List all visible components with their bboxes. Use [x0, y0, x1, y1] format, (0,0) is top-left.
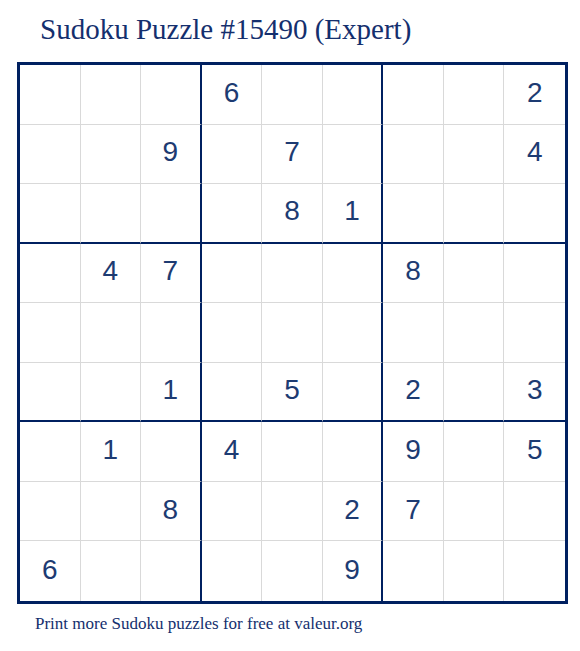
sudoku-cell: 1 — [323, 184, 384, 244]
sudoku-cell — [444, 125, 505, 185]
sudoku-cell — [81, 541, 142, 601]
sudoku-cell: 7 — [141, 244, 202, 304]
sudoku-cell: 8 — [262, 184, 323, 244]
sudoku-cell: 4 — [81, 244, 142, 304]
sudoku-cell: 7 — [383, 482, 444, 542]
sudoku-cell — [262, 422, 323, 482]
sudoku-cell — [262, 303, 323, 363]
sudoku-cell: 1 — [141, 363, 202, 423]
sudoku-cell — [444, 244, 505, 304]
sudoku-cell — [141, 541, 202, 601]
sudoku-cell — [262, 541, 323, 601]
sudoku-cell — [323, 125, 384, 185]
sudoku-cell: 5 — [504, 422, 565, 482]
sudoku-cell — [20, 125, 81, 185]
sudoku-cell: 3 — [504, 363, 565, 423]
sudoku-cell: 2 — [383, 363, 444, 423]
sudoku-cell — [383, 65, 444, 125]
sudoku-cell: 7 — [262, 125, 323, 185]
sudoku-cell — [81, 363, 142, 423]
sudoku-cell: 6 — [20, 541, 81, 601]
sudoku-cell — [504, 541, 565, 601]
sudoku-cell: 2 — [323, 482, 384, 542]
sudoku-cell — [81, 482, 142, 542]
sudoku-cell — [504, 303, 565, 363]
sudoku-cell — [323, 363, 384, 423]
sudoku-cell — [444, 422, 505, 482]
sudoku-cell — [444, 363, 505, 423]
sudoku-cell — [323, 422, 384, 482]
sudoku-cell — [141, 422, 202, 482]
sudoku-cell — [81, 125, 142, 185]
sudoku-cell — [202, 303, 263, 363]
sudoku-cell — [141, 303, 202, 363]
sudoku-cell — [20, 482, 81, 542]
sudoku-cell — [444, 184, 505, 244]
sudoku-cell: 9 — [383, 422, 444, 482]
sudoku-cell — [20, 184, 81, 244]
sudoku-cell — [504, 184, 565, 244]
sudoku-cell — [444, 482, 505, 542]
sudoku-cell — [202, 125, 263, 185]
sudoku-cell: 5 — [262, 363, 323, 423]
sudoku-board: 62974814781523149582769 — [17, 62, 568, 604]
sudoku-cell — [20, 244, 81, 304]
sudoku-cell: 4 — [202, 422, 263, 482]
sudoku-cell — [504, 482, 565, 542]
sudoku-cell: 4 — [504, 125, 565, 185]
sudoku-cell — [323, 244, 384, 304]
sudoku-cell: 2 — [504, 65, 565, 125]
sudoku-cell — [444, 65, 505, 125]
sudoku-cell — [504, 244, 565, 304]
sudoku-cell — [20, 303, 81, 363]
sudoku-cell: 6 — [202, 65, 263, 125]
sudoku-cell — [20, 422, 81, 482]
sudoku-cell: 8 — [141, 482, 202, 542]
sudoku-cell — [262, 65, 323, 125]
sudoku-cell — [141, 184, 202, 244]
sudoku-cell: 8 — [383, 244, 444, 304]
sudoku-cell — [383, 303, 444, 363]
sudoku-cell — [262, 482, 323, 542]
sudoku-cell — [262, 244, 323, 304]
sudoku-cell — [444, 303, 505, 363]
sudoku-cell: 9 — [323, 541, 384, 601]
sudoku-cell: 1 — [81, 422, 142, 482]
page-title: Sudoku Puzzle #15490 (Expert) — [40, 12, 411, 46]
sudoku-cell — [20, 65, 81, 125]
sudoku-cell — [383, 541, 444, 601]
sudoku-cell — [202, 541, 263, 601]
sudoku-cell — [383, 184, 444, 244]
sudoku-cell — [444, 541, 505, 601]
sudoku-cell — [383, 125, 444, 185]
sudoku-cell — [202, 482, 263, 542]
footer-text: Print more Sudoku puzzles for free at va… — [35, 613, 362, 635]
sudoku-cell — [202, 244, 263, 304]
sudoku-cell — [323, 65, 384, 125]
sudoku-cell — [81, 303, 142, 363]
sudoku-cell — [81, 65, 142, 125]
sudoku-cell: 9 — [141, 125, 202, 185]
sudoku-cell — [81, 184, 142, 244]
sudoku-cell — [141, 65, 202, 125]
sudoku-cell — [20, 363, 81, 423]
sudoku-cell — [323, 303, 384, 363]
sudoku-cell — [202, 363, 263, 423]
sudoku-cell — [202, 184, 263, 244]
